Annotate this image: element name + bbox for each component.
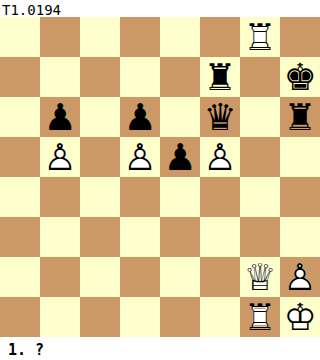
square-e7[interactable] — [160, 57, 200, 97]
square-a8[interactable] — [0, 17, 40, 57]
square-h6[interactable]: ♜ — [280, 97, 320, 137]
square-h5[interactable] — [280, 137, 320, 177]
square-b1[interactable] — [40, 297, 80, 337]
square-f8[interactable] — [200, 17, 240, 57]
square-d7[interactable] — [120, 57, 160, 97]
square-c4[interactable] — [80, 177, 120, 217]
black-pawn-piece: ♟ — [120, 97, 160, 137]
black-rook-piece: ♜ — [280, 97, 320, 137]
black-queen-piece: ♛ — [200, 97, 240, 137]
square-d1[interactable] — [120, 297, 160, 337]
white-pawn-piece: ♙ — [280, 257, 320, 297]
square-e6[interactable] — [160, 97, 200, 137]
square-h2[interactable]: ♟♙ — [280, 257, 320, 297]
move-prompt: 1. ? — [8, 341, 44, 359]
square-e2[interactable] — [160, 257, 200, 297]
square-b7[interactable] — [40, 57, 80, 97]
square-a2[interactable] — [0, 257, 40, 297]
black-pawn-piece: ♟ — [40, 97, 80, 137]
white-pawn-piece: ♙ — [200, 137, 240, 177]
square-f4[interactable] — [200, 177, 240, 217]
square-c2[interactable] — [80, 257, 120, 297]
square-e4[interactable] — [160, 177, 200, 217]
square-a6[interactable] — [0, 97, 40, 137]
square-b3[interactable] — [40, 217, 80, 257]
square-d6[interactable]: ♟ — [120, 97, 160, 137]
square-c5[interactable] — [80, 137, 120, 177]
square-g2[interactable]: ♛♕ — [240, 257, 280, 297]
square-f1[interactable] — [200, 297, 240, 337]
square-g4[interactable] — [240, 177, 280, 217]
square-a1[interactable] — [0, 297, 40, 337]
puzzle-id: T1.0194 — [2, 2, 61, 18]
white-rook-piece: ♖ — [240, 17, 280, 57]
square-g7[interactable] — [240, 57, 280, 97]
white-queen-piece: ♕ — [240, 257, 280, 297]
square-e3[interactable] — [160, 217, 200, 257]
square-g5[interactable] — [240, 137, 280, 177]
square-c1[interactable] — [80, 297, 120, 337]
square-e5[interactable]: ♟ — [160, 137, 200, 177]
square-c3[interactable] — [80, 217, 120, 257]
square-e8[interactable] — [160, 17, 200, 57]
white-pawn-piece: ♙ — [40, 137, 80, 177]
square-h8[interactable] — [280, 17, 320, 57]
square-b6[interactable]: ♟ — [40, 97, 80, 137]
square-d3[interactable] — [120, 217, 160, 257]
square-g8[interactable]: ♜♖ — [240, 17, 280, 57]
square-h4[interactable] — [280, 177, 320, 217]
white-rook-piece: ♖ — [240, 297, 280, 337]
square-d4[interactable] — [120, 177, 160, 217]
white-king-piece: ♔ — [280, 297, 320, 337]
square-d5[interactable]: ♟♙ — [120, 137, 160, 177]
square-h1[interactable]: ♚♔ — [280, 297, 320, 337]
square-f6[interactable]: ♛ — [200, 97, 240, 137]
square-g6[interactable] — [240, 97, 280, 137]
square-d2[interactable] — [120, 257, 160, 297]
square-h3[interactable] — [280, 217, 320, 257]
chess-puzzle-page: T1.0194 ♜♖♜♚♟♟♛♜♟♙♟♙♟♟♙♛♕♟♙♜♖♚♔ 1. ? — [0, 0, 320, 360]
black-pawn-piece: ♟ — [160, 137, 200, 177]
square-f3[interactable] — [200, 217, 240, 257]
square-e1[interactable] — [160, 297, 200, 337]
chess-board: ♜♖♜♚♟♟♛♜♟♙♟♙♟♟♙♛♕♟♙♜♖♚♔ — [0, 17, 320, 337]
footer: 1. ? — [0, 337, 320, 360]
black-rook-piece: ♜ — [200, 57, 240, 97]
square-h7[interactable]: ♚ — [280, 57, 320, 97]
square-g3[interactable] — [240, 217, 280, 257]
header: T1.0194 — [0, 0, 320, 17]
square-b4[interactable] — [40, 177, 80, 217]
square-f5[interactable]: ♟♙ — [200, 137, 240, 177]
black-king-piece: ♚ — [280, 57, 320, 97]
square-f2[interactable] — [200, 257, 240, 297]
square-c8[interactable] — [80, 17, 120, 57]
square-a5[interactable] — [0, 137, 40, 177]
square-a7[interactable] — [0, 57, 40, 97]
square-b5[interactable]: ♟♙ — [40, 137, 80, 177]
square-b2[interactable] — [40, 257, 80, 297]
square-a4[interactable] — [0, 177, 40, 217]
square-f7[interactable]: ♜ — [200, 57, 240, 97]
square-a3[interactable] — [0, 217, 40, 257]
square-b8[interactable] — [40, 17, 80, 57]
square-c6[interactable] — [80, 97, 120, 137]
square-g1[interactable]: ♜♖ — [240, 297, 280, 337]
white-pawn-piece: ♙ — [120, 137, 160, 177]
square-c7[interactable] — [80, 57, 120, 97]
square-d8[interactable] — [120, 17, 160, 57]
